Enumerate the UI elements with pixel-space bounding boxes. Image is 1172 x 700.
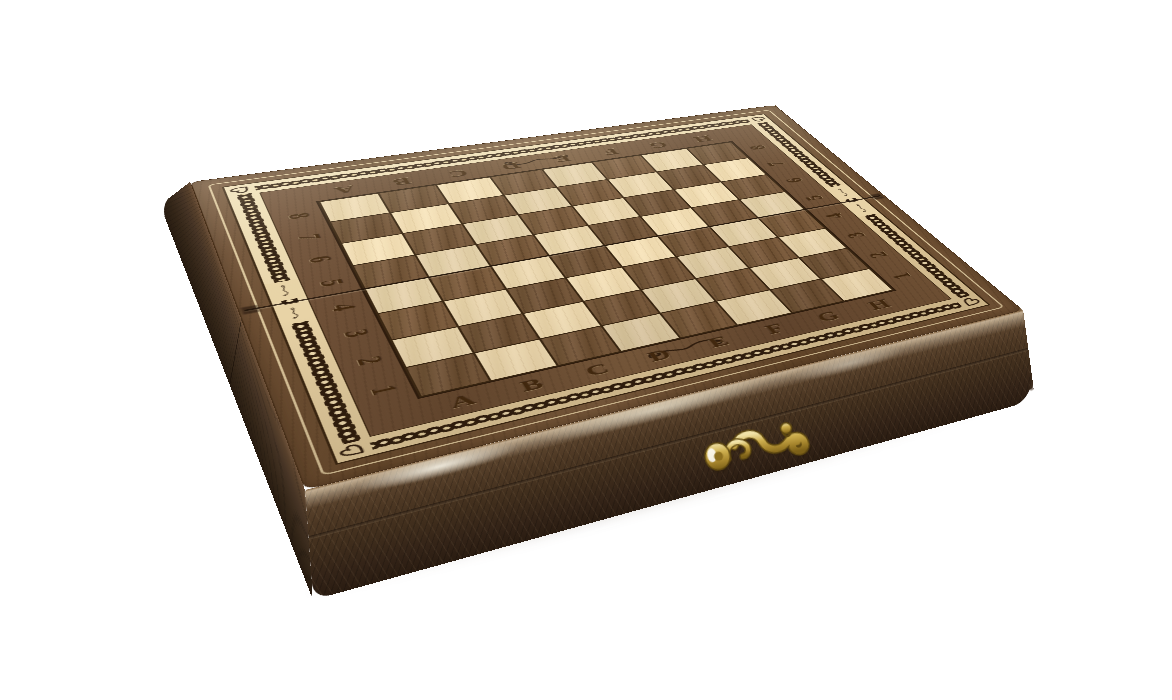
product-photo-stage: AABBCCDDEEFFGGHH1122334455667788: [0, 0, 1172, 700]
fold-seam-left-side: [229, 319, 241, 386]
